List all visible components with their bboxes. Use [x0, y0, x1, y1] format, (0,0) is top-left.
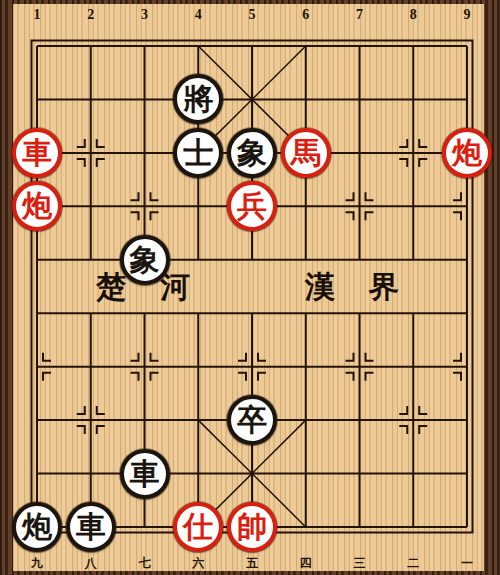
file-label-bottom-1: 九	[31, 555, 43, 572]
piece-black-chariot-f3r9[interactable]: 車	[120, 449, 170, 499]
piece-red-advisor-f4r10[interactable]: 仕	[173, 502, 223, 552]
file-label-top-7: 7	[356, 7, 363, 23]
piece-red-soldier-f5r4[interactable]: 兵	[227, 181, 277, 231]
file-label-top-5: 5	[249, 7, 256, 23]
piece-black-chariot-f2r10[interactable]: 車	[66, 502, 116, 552]
piece-black-elephant-f3r5[interactable]: 象	[120, 235, 170, 285]
piece-red-cannon-f9r3[interactable]: 炮	[442, 128, 492, 178]
xiangqi-board: 123456789 九八七六五四三二一 楚河 漢界 將車士象馬炮炮兵象卒車炮車仕…	[0, 0, 500, 575]
file-label-bottom-8: 二	[407, 555, 419, 572]
piece-red-cannon-f1r4[interactable]: 炮	[12, 181, 62, 231]
piece-black-advisor-f4r3[interactable]: 士	[173, 128, 223, 178]
piece-black-cannon-f1r10[interactable]: 炮	[12, 502, 62, 552]
piece-red-chariot-f1r3[interactable]: 車	[12, 128, 62, 178]
file-label-top-8: 8	[410, 7, 417, 23]
file-label-bottom-9: 一	[461, 555, 473, 572]
file-label-top-6: 6	[302, 7, 309, 23]
file-label-bottom-7: 三	[354, 555, 366, 572]
piece-black-soldier-f5r8[interactable]: 卒	[227, 395, 277, 445]
piece-red-horse-f6r3[interactable]: 馬	[281, 128, 331, 178]
river-label-han-jie: 漢界	[305, 263, 433, 311]
file-label-bottom-6: 四	[300, 555, 312, 572]
file-label-top-9: 9	[464, 7, 471, 23]
file-label-top-3: 3	[141, 7, 148, 23]
file-label-bottom-3: 七	[139, 555, 151, 572]
file-label-top-1: 1	[34, 7, 41, 23]
file-label-top-2: 2	[87, 7, 94, 23]
file-label-top-4: 4	[195, 7, 202, 23]
file-label-bottom-5: 五	[246, 555, 258, 572]
piece-red-general-f5r10[interactable]: 帥	[227, 502, 277, 552]
file-label-bottom-2: 八	[85, 555, 97, 572]
piece-black-elephant-f5r3[interactable]: 象	[227, 128, 277, 178]
file-label-bottom-4: 六	[192, 555, 204, 572]
